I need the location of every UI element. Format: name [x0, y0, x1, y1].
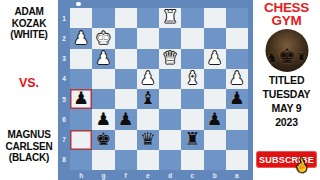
square-b5[interactable]: [204, 89, 226, 109]
branding-panel: CHESS GYM ♞ ♚ ♜ TITLED TUESDAY MAY 9 202…: [253, 0, 320, 180]
square-d8[interactable]: [159, 150, 181, 170]
white-pawn-g3[interactable]: ♟: [96, 49, 112, 67]
square-e6[interactable]: [137, 109, 159, 129]
event-title: TITLED TUESDAY MAY 9 2023: [253, 73, 320, 129]
square-b1[interactable]: [204, 8, 226, 28]
file-label-c: c: [181, 170, 203, 180]
square-c3[interactable]: [181, 49, 203, 69]
square-h1[interactable]: [70, 8, 92, 28]
black-pawn-a5[interactable]: ♟: [229, 90, 245, 108]
square-e3[interactable]: [137, 49, 159, 69]
square-g1[interactable]: [92, 8, 114, 28]
file-label-b: b: [204, 170, 226, 180]
black-rook-c7[interactable]: ♜: [185, 130, 201, 148]
file-label-d: d: [159, 170, 181, 180]
white-pawn-a4[interactable]: ♟: [229, 70, 245, 88]
white-queen-d3[interactable]: ♛: [162, 49, 178, 67]
black-player-line3: (BLACK): [0, 152, 58, 164]
square-f6[interactable]: ♟: [115, 109, 137, 129]
square-h2[interactable]: ♟: [70, 28, 92, 48]
black-pawn-f6[interactable]: ♟: [118, 110, 134, 128]
square-d3[interactable]: ♛: [159, 49, 181, 69]
channel-name-line2: GYM: [253, 15, 320, 28]
logo-knight-icon: ♞: [266, 51, 278, 64]
event-line2: TUESDAY: [253, 87, 320, 101]
file-label-h: h: [70, 170, 92, 180]
square-d1[interactable]: ♜: [159, 8, 181, 28]
square-g4[interactable]: [92, 69, 114, 89]
board-grid: ♜♟♚♟♛♟♟♝♟♟♝♟♟♟♟♚♛♜: [70, 8, 248, 170]
square-c6[interactable]: [181, 109, 203, 129]
file-labels: hgfedcba: [70, 170, 248, 180]
vs-label: VS.: [0, 76, 58, 90]
square-e1[interactable]: [137, 8, 159, 28]
square-a1[interactable]: [226, 8, 248, 28]
white-rook-d1[interactable]: ♜: [162, 9, 178, 27]
rank-label-2: 2: [58, 28, 70, 48]
square-g3[interactable]: ♟: [92, 49, 114, 69]
square-h3[interactable]: [70, 49, 92, 69]
square-c7[interactable]: ♜: [181, 130, 203, 150]
square-c8[interactable]: [181, 150, 203, 170]
rank-label-7: 7: [58, 130, 70, 150]
square-e7[interactable]: ♛: [137, 130, 159, 150]
square-d7[interactable]: [159, 130, 181, 150]
square-h8[interactable]: [70, 150, 92, 170]
event-line1: TITLED: [253, 73, 320, 87]
rank-label-5: 5: [58, 89, 70, 109]
logo-rook-icon: ♜: [296, 52, 307, 64]
square-e8[interactable]: [137, 150, 159, 170]
square-d4[interactable]: [159, 69, 181, 89]
square-g7[interactable]: ♚: [92, 130, 114, 150]
square-a8[interactable]: [226, 150, 248, 170]
square-b2[interactable]: [204, 28, 226, 48]
chess-gym-logo: ♞ ♚ ♜: [265, 29, 308, 72]
square-c2[interactable]: [181, 28, 203, 48]
square-h4[interactable]: [70, 69, 92, 89]
black-pawn-g6[interactable]: ♟: [96, 110, 112, 128]
black-bishop-e5[interactable]: ♝: [140, 90, 156, 108]
square-a4[interactable]: ♟: [226, 69, 248, 89]
square-f2[interactable]: [115, 28, 137, 48]
square-f7[interactable]: [115, 130, 137, 150]
square-f5[interactable]: [115, 89, 137, 109]
square-f1[interactable]: [115, 8, 137, 28]
rank-labels: 12345678: [58, 8, 70, 170]
white-pawn-h2[interactable]: ♟: [73, 29, 89, 47]
square-g6[interactable]: ♟: [92, 109, 114, 129]
rank-label-6: 6: [58, 109, 70, 129]
square-a6[interactable]: [226, 109, 248, 129]
square-c1[interactable]: [181, 8, 203, 28]
square-f4[interactable]: [115, 69, 137, 89]
move-indicator-dot: [76, 2, 81, 7]
square-e2[interactable]: [137, 28, 159, 48]
event-line3: MAY 9: [253, 101, 320, 115]
square-g2[interactable]: ♚: [92, 28, 114, 48]
players-panel: ADAM KOZAK (WHITE) VS. MAGNUS CARLSEN (B…: [0, 0, 58, 180]
square-d5[interactable]: [159, 89, 181, 109]
square-d6[interactable]: [159, 109, 181, 129]
file-label-a: a: [226, 170, 248, 180]
black-pawn-h5[interactable]: ♟: [73, 90, 89, 108]
black-player-line1: MAGNUS: [0, 129, 58, 141]
square-c4[interactable]: ♝: [181, 69, 203, 89]
chess-board: 12345678 ♜♟♚♟♛♟♟♝♟♟♝♟♟♟♟♚♛♜ hgfedcba: [58, 0, 253, 180]
square-h6[interactable]: [70, 109, 92, 129]
square-a5[interactable]: ♟: [226, 89, 248, 109]
square-e5[interactable]: ♝: [137, 89, 159, 109]
event-line4: 2023: [253, 115, 320, 129]
rank-label-8: 8: [58, 150, 70, 170]
channel-name: CHESS GYM: [253, 2, 320, 27]
logo-king-icon: ♚: [278, 46, 296, 66]
thumbnail: ADAM KOZAK (WHITE) VS. MAGNUS CARLSEN (B…: [0, 0, 320, 180]
square-d2[interactable]: [159, 28, 181, 48]
square-c5[interactable]: [181, 89, 203, 109]
white-pawn-e4[interactable]: ♟: [140, 70, 156, 88]
square-f8[interactable]: [115, 150, 137, 170]
square-a7[interactable]: [226, 130, 248, 150]
black-king-g7[interactable]: ♚: [96, 130, 112, 148]
white-player-line2: KOZAK: [0, 18, 58, 30]
white-player-line1: ADAM: [0, 6, 58, 18]
square-a3[interactable]: [226, 49, 248, 69]
square-g5[interactable]: [92, 89, 114, 109]
square-e4[interactable]: ♟: [137, 69, 159, 89]
square-b8[interactable]: [204, 150, 226, 170]
square-b4[interactable]: [204, 69, 226, 89]
file-label-e: e: [137, 170, 159, 180]
file-label-g: g: [92, 170, 114, 180]
square-b6[interactable]: ♟: [204, 109, 226, 129]
rank-label-4: 4: [58, 69, 70, 89]
white-pawn-b3[interactable]: ♟: [207, 49, 223, 67]
file-label-f: f: [115, 170, 137, 180]
square-g8[interactable]: [92, 150, 114, 170]
square-b7[interactable]: [204, 130, 226, 150]
square-h7[interactable]: [70, 130, 92, 150]
black-pawn-b6[interactable]: ♟: [207, 110, 223, 128]
white-king-g2[interactable]: ♚: [96, 29, 112, 47]
square-f3[interactable]: [115, 49, 137, 69]
black-player-name: MAGNUS CARLSEN (BLACK): [0, 129, 58, 164]
black-player-line2: CARLSEN: [0, 141, 58, 153]
square-h5[interactable]: ♟: [70, 89, 92, 109]
black-queen-e7[interactable]: ♛: [140, 130, 156, 148]
white-player-line3: (WHITE): [0, 29, 58, 41]
square-b3[interactable]: ♟: [204, 49, 226, 69]
white-player-name: ADAM KOZAK (WHITE): [0, 6, 58, 41]
white-bishop-c4[interactable]: ♝: [185, 70, 201, 88]
rank-label-3: 3: [58, 49, 70, 69]
square-a2[interactable]: [226, 28, 248, 48]
rank-label-1: 1: [58, 8, 70, 28]
